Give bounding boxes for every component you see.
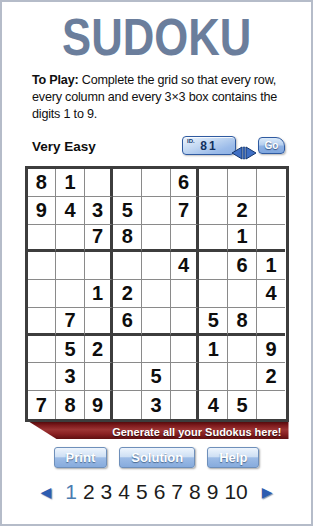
sudoku-cell-r7c4 <box>113 336 142 364</box>
sudoku-cell-r8c8 <box>228 363 257 391</box>
page-number-8[interactable]: 8 <box>189 481 201 503</box>
sudoku-cell-r8c2: 3 <box>56 363 85 391</box>
go-button[interactable]: Go <box>258 137 285 154</box>
page-number-3[interactable]: 3 <box>101 481 113 503</box>
puzzle-id-control: ID. 81 Go <box>182 136 285 155</box>
solution-button[interactable]: Solution <box>119 447 195 468</box>
sudoku-cell-r4c4 <box>113 252 142 280</box>
puzzle-id-field[interactable]: ID. 81 <box>182 136 236 155</box>
promo-ribbon-link[interactable]: Generate all your Sudokus here! <box>112 426 288 438</box>
sudoku-cell-r3c1 <box>28 225 57 253</box>
sudoku-cell-r4c3 <box>85 252 114 280</box>
control-row: Very Easy ID. 81 Go <box>32 136 285 162</box>
sudoku-cell-r5c9: 4 <box>257 280 286 308</box>
help-button[interactable]: Help <box>207 447 259 468</box>
sudoku-cell-r5c1 <box>28 280 57 308</box>
sudoku-page: SUDOKU To Play: Complete the grid so tha… <box>0 0 313 526</box>
id-field-label: ID. <box>187 138 195 144</box>
sudoku-cell-r2c7 <box>199 197 228 225</box>
page-number-9[interactable]: 9 <box>207 481 219 503</box>
sudoku-cell-r8c4 <box>113 363 142 391</box>
page-number-list: 12345678910 <box>65 481 248 503</box>
sudoku-cell-r3c7 <box>199 225 228 253</box>
page-number-4[interactable]: 4 <box>118 481 130 503</box>
sudoku-cell-r1c2: 1 <box>56 169 85 197</box>
action-buttons: PrintSolutionHelp <box>2 447 311 468</box>
sudoku-cell-r2c1: 9 <box>28 197 57 225</box>
sudoku-cell-r9c8: 5 <box>228 391 257 419</box>
pagination: ◀ 12345678910 ▶ <box>2 481 311 503</box>
sudoku-cell-r1c5 <box>142 169 171 197</box>
sudoku-cell-r6c2: 7 <box>56 308 85 336</box>
sudoku-cell-r2c8: 2 <box>228 197 257 225</box>
sudoku-cell-r9c6 <box>171 391 200 419</box>
sudoku-cell-r6c5 <box>142 308 171 336</box>
page-title: SUDOKU <box>62 10 251 64</box>
sudoku-cell-r1c1: 8 <box>28 169 57 197</box>
sudoku-board: 81694357278146112476585219352789345 <box>25 166 289 422</box>
sudoku-cell-r5c5 <box>142 280 171 308</box>
sudoku-cell-r7c9: 9 <box>257 336 286 364</box>
sudoku-cell-r6c4: 6 <box>113 308 142 336</box>
sudoku-cell-r2c9 <box>257 197 286 225</box>
sudoku-cell-r7c5 <box>142 336 171 364</box>
sudoku-cell-r3c4: 8 <box>113 225 142 253</box>
sudoku-cell-r9c7: 4 <box>199 391 228 419</box>
sudoku-cell-r7c8 <box>228 336 257 364</box>
id-spinner-icon[interactable] <box>232 146 256 160</box>
sudoku-cell-r3c9 <box>257 225 286 253</box>
sudoku-cell-r8c3 <box>85 363 114 391</box>
sudoku-cell-r4c1 <box>28 252 57 280</box>
sudoku-cell-r2c2: 4 <box>56 197 85 225</box>
promo-ribbon: Generate all your Sudokus here! <box>25 422 289 439</box>
sudoku-cell-r4c8: 6 <box>228 252 257 280</box>
sudoku-cell-r1c7 <box>199 169 228 197</box>
sudoku-cell-r2c5 <box>142 197 171 225</box>
sudoku-cell-r4c7 <box>199 252 228 280</box>
sudoku-cell-r9c1: 7 <box>28 391 57 419</box>
sudoku-cell-r4c6: 4 <box>171 252 200 280</box>
sudoku-cell-r7c2: 5 <box>56 336 85 364</box>
sudoku-cell-r5c2 <box>56 280 85 308</box>
sudoku-cell-r8c5: 5 <box>142 363 171 391</box>
sudoku-cell-r8c9: 2 <box>257 363 286 391</box>
sudoku-cell-r1c9 <box>257 169 286 197</box>
sudoku-cell-r2c3: 3 <box>85 197 114 225</box>
sudoku-cell-r5c3: 1 <box>85 280 114 308</box>
page-number-1[interactable]: 1 <box>65 481 77 503</box>
sudoku-cell-r1c6: 6 <box>171 169 200 197</box>
sudoku-cell-r3c6 <box>171 225 200 253</box>
sudoku-cell-r8c6 <box>171 363 200 391</box>
sudoku-cell-r5c8 <box>228 280 257 308</box>
sudoku-cell-r1c8 <box>228 169 257 197</box>
print-button[interactable]: Print <box>54 447 108 468</box>
sudoku-cell-r5c4: 2 <box>113 280 142 308</box>
instructions: To Play: Complete the grid so that every… <box>32 72 287 123</box>
sudoku-cell-r7c3: 2 <box>85 336 114 364</box>
sudoku-cell-r3c3: 7 <box>85 225 114 253</box>
page-number-5[interactable]: 5 <box>136 481 148 503</box>
sudoku-cell-r7c1 <box>28 336 57 364</box>
sudoku-cell-r5c6 <box>171 280 200 308</box>
sudoku-cell-r9c5: 3 <box>142 391 171 419</box>
sudoku-cell-r6c7: 5 <box>199 308 228 336</box>
page-number-10[interactable]: 10 <box>224 481 247 503</box>
sudoku-cell-r2c4: 5 <box>113 197 142 225</box>
sudoku-cell-r6c9 <box>257 308 286 336</box>
sudoku-cell-r9c3: 9 <box>85 391 114 419</box>
sudoku-cell-r1c4 <box>113 169 142 197</box>
sudoku-cell-r4c9: 1 <box>257 252 286 280</box>
sudoku-cell-r6c3 <box>85 308 114 336</box>
sudoku-cell-r6c8: 8 <box>228 308 257 336</box>
sudoku-cell-r3c5 <box>142 225 171 253</box>
sudoku-cell-r3c2 <box>56 225 85 253</box>
sudoku-cell-r8c1 <box>28 363 57 391</box>
sudoku-cell-r5c7 <box>199 280 228 308</box>
sudoku-cell-r1c3 <box>85 169 114 197</box>
sudoku-cell-r7c6 <box>171 336 200 364</box>
sudoku-cell-r8c7 <box>199 363 228 391</box>
sudoku-cell-r9c2: 8 <box>56 391 85 419</box>
page-number-2[interactable]: 2 <box>83 481 95 503</box>
sudoku-cell-r6c1 <box>28 308 57 336</box>
header: SUDOKU <box>2 10 311 66</box>
sudoku-cell-r6c6 <box>171 308 200 336</box>
sudoku-cell-r4c5 <box>142 252 171 280</box>
next-page-icon[interactable]: ▶ <box>262 481 273 503</box>
page-number-7[interactable]: 7 <box>171 481 183 503</box>
sudoku-cell-r2c6: 7 <box>171 197 200 225</box>
prev-page-icon[interactable]: ◀ <box>40 481 51 503</box>
instructions-lead: To Play: <box>32 73 78 87</box>
sudoku-cell-r9c4 <box>113 391 142 419</box>
sudoku-cell-r9c9 <box>257 391 286 419</box>
sudoku-cell-r3c8: 1 <box>228 225 257 253</box>
page-number-6[interactable]: 6 <box>154 481 166 503</box>
difficulty-label: Very Easy <box>32 136 96 154</box>
sudoku-cell-r7c7: 1 <box>199 336 228 364</box>
sudoku-cell-r4c2 <box>56 252 85 280</box>
